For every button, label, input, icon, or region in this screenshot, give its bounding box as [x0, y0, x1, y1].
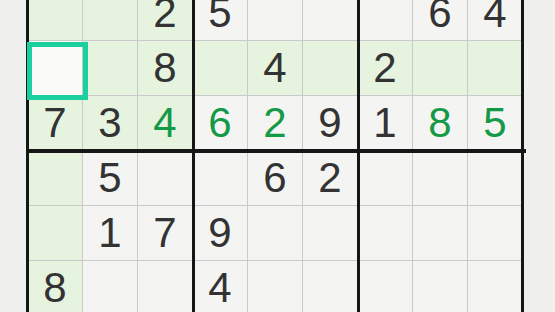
cell-r1c8[interactable]: 6 [413, 0, 468, 41]
cell-r1c3[interactable]: 2 [138, 0, 193, 41]
selected-cell-outline [27, 42, 88, 100]
cell-r4c2[interactable]: 5 [83, 151, 138, 206]
block-divider-vertical-1 [192, 0, 195, 312]
cell-r6c2[interactable] [83, 261, 138, 312]
cell-r6c1[interactable]: 8 [28, 261, 83, 312]
cell-r6c6[interactable] [303, 261, 358, 312]
cell-r2c9[interactable] [468, 41, 523, 96]
cell-r4c1[interactable] [28, 151, 83, 206]
cell-r4c5[interactable]: 6 [248, 151, 303, 206]
cell-r2c3[interactable]: 8 [138, 41, 193, 96]
cell-r5c3[interactable]: 7 [138, 206, 193, 261]
cell-r4c6[interactable]: 2 [303, 151, 358, 206]
cell-r2c4[interactable] [193, 41, 248, 96]
cell-r4c9[interactable] [468, 151, 523, 206]
cell-r3c2[interactable]: 3 [83, 96, 138, 151]
cell-r2c6[interactable] [303, 41, 358, 96]
sudoku-board: 256484273462918556217984 [28, 0, 523, 312]
cell-r2c8[interactable] [413, 41, 468, 96]
cell-r3c9[interactable]: 5 [468, 96, 523, 151]
cell-r3c8[interactable]: 8 [413, 96, 468, 151]
block-divider-horizontal [26, 149, 526, 153]
cell-r3c3[interactable]: 4 [138, 96, 193, 151]
cell-r4c4[interactable] [193, 151, 248, 206]
cell-r2c5[interactable]: 4 [248, 41, 303, 96]
cell-r5c1[interactable] [28, 206, 83, 261]
cell-r4c7[interactable] [358, 151, 413, 206]
board-right-border [521, 0, 524, 312]
cell-r3c6[interactable]: 9 [303, 96, 358, 151]
cell-r6c8[interactable] [413, 261, 468, 312]
cell-r5c2[interactable]: 1 [83, 206, 138, 261]
cell-r4c8[interactable] [413, 151, 468, 206]
cell-r1c5[interactable] [248, 0, 303, 41]
cell-r3c7[interactable]: 1 [358, 96, 413, 151]
cell-r5c6[interactable] [303, 206, 358, 261]
cell-r1c7[interactable] [358, 0, 413, 41]
cell-r5c7[interactable] [358, 206, 413, 261]
cell-r6c3[interactable] [138, 261, 193, 312]
block-divider-vertical-2 [357, 0, 360, 312]
cell-r5c9[interactable] [468, 206, 523, 261]
cell-r5c8[interactable] [413, 206, 468, 261]
cell-r6c7[interactable] [358, 261, 413, 312]
cell-r1c1[interactable] [28, 0, 83, 41]
cell-r5c4[interactable]: 9 [193, 206, 248, 261]
cell-r2c2[interactable] [83, 41, 138, 96]
cell-r4c3[interactable] [138, 151, 193, 206]
cell-r6c9[interactable] [468, 261, 523, 312]
cell-r1c2[interactable] [83, 0, 138, 41]
cell-r3c5[interactable]: 2 [248, 96, 303, 151]
app-screen: 256484273462918556217984 [0, 0, 555, 312]
cell-r6c4[interactable]: 4 [193, 261, 248, 312]
cell-r5c5[interactable] [248, 206, 303, 261]
cell-r3c1[interactable]: 7 [28, 96, 83, 151]
cell-r6c5[interactable] [248, 261, 303, 312]
cell-r1c6[interactable] [303, 0, 358, 41]
cell-r1c4[interactable]: 5 [193, 0, 248, 41]
cell-r2c7[interactable]: 2 [358, 41, 413, 96]
cell-r3c4[interactable]: 6 [193, 96, 248, 151]
cell-r1c9[interactable]: 4 [468, 0, 523, 41]
